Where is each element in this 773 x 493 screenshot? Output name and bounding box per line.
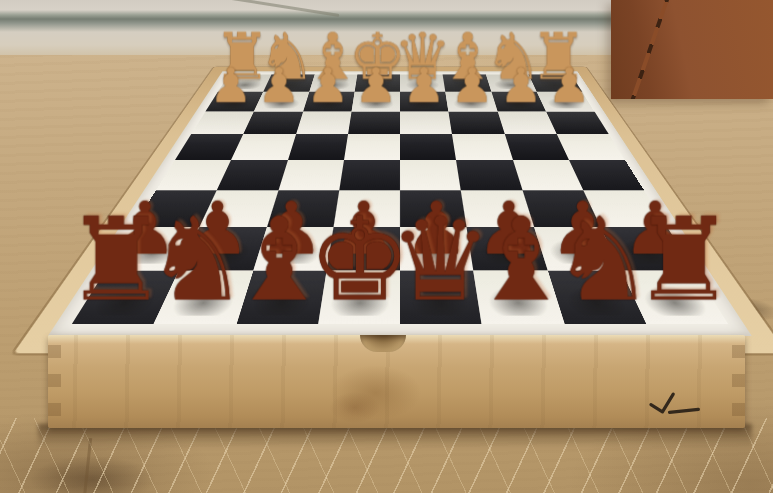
square-g2: ♟ [254, 92, 309, 112]
square-d3 [400, 111, 452, 134]
square-f3 [296, 111, 352, 134]
square-a8: ♜ [621, 270, 728, 324]
white-pawn-c2: ♟ [451, 61, 494, 109]
square-e4 [344, 134, 400, 160]
square-c4 [452, 134, 512, 160]
makers-mark-icon [647, 388, 703, 422]
white-pawn-f2: ♟ [306, 61, 349, 109]
chess-set-photo: ♜♞♝♚♛♝♞♜♟♟♟♟♟♟♟♟♟♟♟♟♟♟♟♟♜♞♝♚♛♝♞♜ [0, 0, 773, 493]
square-b2: ♟ [491, 92, 546, 112]
white-pawn-d2: ♟ [403, 61, 446, 109]
square-e2: ♟ [351, 92, 400, 112]
square-b3 [497, 111, 556, 134]
square-f2: ♟ [303, 92, 355, 112]
square-f4 [288, 134, 348, 160]
square-g3 [244, 111, 303, 134]
white-pawn-b2: ♟ [499, 61, 542, 109]
white-pawn-g2: ♟ [258, 61, 301, 109]
background-wooden-box [611, 0, 773, 99]
white-pawn-a2: ♟ [547, 61, 590, 109]
square-c2: ♟ [446, 92, 498, 112]
square-e3 [348, 111, 400, 134]
black-rook-a8: ♜ [632, 203, 735, 318]
background-box-finger-joints [627, 0, 671, 99]
square-g4 [231, 134, 295, 160]
square-d4 [400, 134, 456, 160]
square-a2: ♟ [537, 92, 595, 112]
square-c3 [449, 111, 505, 134]
square-d2: ♟ [400, 92, 449, 112]
white-pawn-e2: ♟ [354, 61, 397, 109]
white-pawn-h2: ♟ [210, 61, 253, 109]
